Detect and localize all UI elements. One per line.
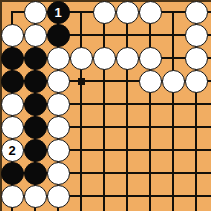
grid-line-vertical bbox=[103, 11, 105, 211]
white-stone bbox=[139, 70, 162, 93]
white-stone bbox=[116, 47, 139, 70]
white-stone: 2 bbox=[1, 139, 24, 162]
white-stone bbox=[24, 1, 47, 24]
black-stone bbox=[47, 24, 70, 47]
white-stone bbox=[47, 162, 70, 185]
black-stone bbox=[1, 70, 24, 93]
white-stone bbox=[1, 116, 24, 139]
star-point bbox=[78, 78, 85, 85]
white-stone bbox=[24, 185, 47, 208]
grid-line-vertical bbox=[80, 11, 82, 211]
white-stone bbox=[93, 1, 116, 24]
black-stone: 1 bbox=[47, 1, 70, 24]
white-stone bbox=[139, 1, 162, 24]
white-stone bbox=[1, 185, 24, 208]
white-stone bbox=[185, 1, 208, 24]
black-stone bbox=[1, 162, 24, 185]
white-stone bbox=[47, 47, 70, 70]
white-stone bbox=[185, 24, 208, 47]
grid-line-vertical bbox=[149, 11, 151, 211]
white-stone bbox=[116, 1, 139, 24]
black-stone bbox=[24, 162, 47, 185]
white-stone bbox=[139, 47, 162, 70]
white-stone bbox=[70, 47, 93, 70]
white-stone bbox=[47, 116, 70, 139]
white-stone bbox=[185, 47, 208, 70]
white-stone bbox=[24, 24, 47, 47]
go-board[interactable]: 12 bbox=[0, 0, 211, 211]
black-stone bbox=[24, 116, 47, 139]
white-stone bbox=[47, 93, 70, 116]
white-stone bbox=[185, 70, 208, 93]
grid-line-vertical bbox=[172, 11, 174, 211]
white-stone bbox=[162, 70, 185, 93]
grid-line-vertical bbox=[126, 11, 128, 211]
white-stone bbox=[47, 139, 70, 162]
move-number-label: 2 bbox=[8, 144, 15, 157]
black-stone bbox=[24, 93, 47, 116]
black-stone bbox=[24, 70, 47, 93]
white-stone bbox=[93, 47, 116, 70]
black-stone bbox=[24, 139, 47, 162]
black-stone bbox=[1, 47, 24, 70]
white-stone bbox=[47, 185, 70, 208]
white-stone bbox=[1, 93, 24, 116]
white-stone bbox=[47, 70, 70, 93]
white-stone bbox=[1, 24, 24, 47]
move-number-label: 1 bbox=[54, 6, 61, 19]
black-stone bbox=[24, 47, 47, 70]
